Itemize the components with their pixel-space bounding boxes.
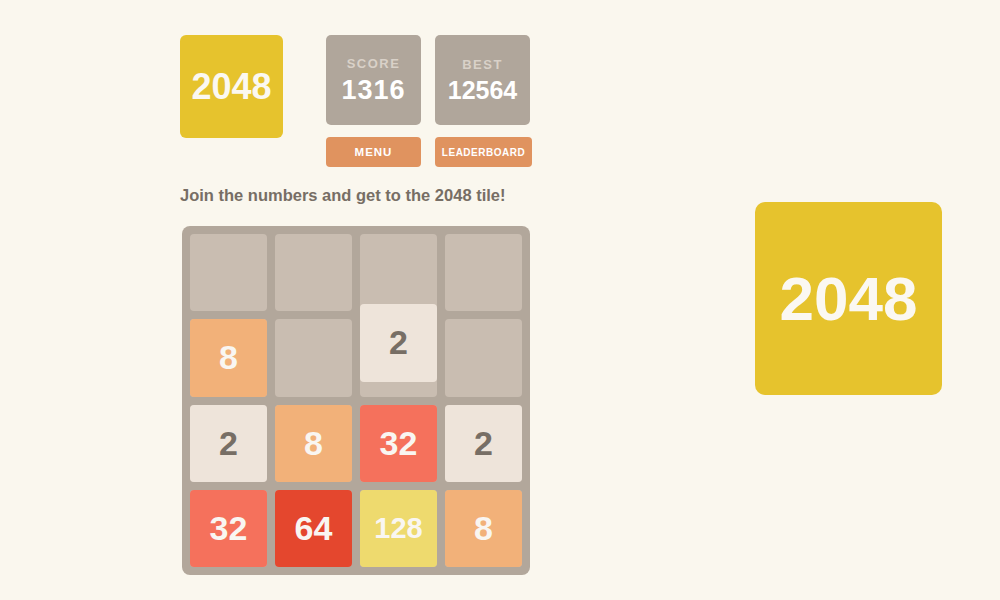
menu-button[interactable]: MENU xyxy=(326,137,421,167)
best-label: BEST xyxy=(462,57,503,72)
tile-2: 2 xyxy=(445,405,522,482)
score-label: SCORE xyxy=(347,56,401,71)
tile-32: 32 xyxy=(190,490,267,567)
board-cell xyxy=(445,234,522,311)
board-cell: 8 xyxy=(275,405,352,482)
tile-64: 64 xyxy=(275,490,352,567)
score-value: 1316 xyxy=(341,75,405,106)
score-box: SCORE 1316 xyxy=(326,35,421,125)
board-cell: 32 xyxy=(360,405,437,482)
board-cell: 8 xyxy=(190,319,267,396)
board-cell: 8 xyxy=(445,490,522,567)
tile-128: 128 xyxy=(360,490,437,567)
mega-2048-tile: 2048 xyxy=(755,202,942,395)
tile-2: 2 xyxy=(360,304,437,381)
best-box: BEST 12564 xyxy=(435,35,530,125)
tile-8: 8 xyxy=(445,490,522,567)
board-cell: 32 xyxy=(190,490,267,567)
board[interactable]: 822832232641288 xyxy=(182,226,530,575)
board-cell: 2 xyxy=(445,405,522,482)
page: 2048 SCORE 1316 BEST 12564 MENU LEADERBO… xyxy=(0,0,1000,600)
board-cell: 128 xyxy=(360,490,437,567)
leaderboard-button[interactable]: LEADERBOARD xyxy=(435,137,532,167)
board-cell xyxy=(275,319,352,396)
board-cell xyxy=(190,234,267,311)
subtitle: Join the numbers and get to the 2048 til… xyxy=(180,186,505,205)
tile-8: 8 xyxy=(275,405,352,482)
board-cell: 2 xyxy=(360,319,437,396)
board-cell xyxy=(275,234,352,311)
board-cell xyxy=(445,319,522,396)
tile-32: 32 xyxy=(360,405,437,482)
board-cell xyxy=(360,234,437,311)
tile-2: 2 xyxy=(190,405,267,482)
best-value: 12564 xyxy=(448,76,518,105)
board-cell: 64 xyxy=(275,490,352,567)
mega-tile-text: 2048 xyxy=(780,263,918,334)
board-cell: 2 xyxy=(190,405,267,482)
logo-text: 2048 xyxy=(191,66,271,108)
tile-8: 8 xyxy=(190,319,267,396)
logo-tile: 2048 xyxy=(180,35,283,138)
